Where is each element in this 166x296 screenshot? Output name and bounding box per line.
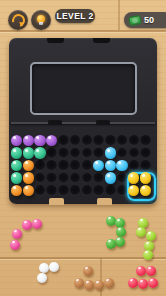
tray-piece-light-green-bead-1[interactable] xyxy=(136,227,146,237)
board-hole xyxy=(58,148,69,159)
tray-piece-pink-bead-1[interactable] xyxy=(32,219,42,229)
board-bead-O-r3c1[interactable] xyxy=(23,172,34,183)
board-hole xyxy=(93,185,104,196)
game-screen: LEVEL 2 50 xyxy=(0,0,166,296)
tray-piece-pink-bead-0[interactable] xyxy=(22,220,32,230)
tray-piece-brown-bead-2[interactable] xyxy=(84,280,94,290)
tray-piece-white-bead-1[interactable] xyxy=(49,262,59,272)
board-hole xyxy=(93,135,104,146)
board-hole xyxy=(46,185,57,196)
tray-piece-white-bead-0[interactable] xyxy=(39,263,49,273)
board-bead-G-r1c2[interactable] xyxy=(34,147,45,158)
board-hole xyxy=(82,135,93,146)
board-bead-C-r1c8[interactable] xyxy=(105,147,116,158)
board-bead-C-r3c8[interactable] xyxy=(105,172,116,183)
board-bead-P-r0c2[interactable] xyxy=(34,135,45,146)
board-hole xyxy=(117,135,128,146)
board-hole xyxy=(82,160,93,171)
board-hole xyxy=(105,185,116,196)
board-bead-G-r1c1[interactable] xyxy=(23,147,34,158)
tray-piece-pink-bead-3[interactable] xyxy=(10,240,20,250)
tray-piece-red-bead-0[interactable] xyxy=(136,266,146,276)
board-bead-Y-r3c11[interactable] xyxy=(140,172,151,183)
board-hole xyxy=(58,160,69,171)
tray-piece-red-bead-1[interactable] xyxy=(146,266,156,276)
board-bead-G-r3c0[interactable] xyxy=(11,172,22,183)
tray-piece-dark-green-bead-4[interactable] xyxy=(106,239,116,249)
tray-piece-light-green-bead-2[interactable] xyxy=(146,231,156,241)
tray-piece-red-bead-3[interactable] xyxy=(138,279,148,289)
board-hole xyxy=(58,135,69,146)
tray-piece-dark-green-bead-2[interactable] xyxy=(116,227,126,237)
tray-piece-brown-bead-4[interactable] xyxy=(104,278,114,288)
board-bead-P-r0c1[interactable] xyxy=(23,135,34,146)
tray-piece-brown-bead-1[interactable] xyxy=(74,278,84,288)
board-hole xyxy=(58,173,69,184)
board-hole xyxy=(46,160,57,171)
tray-piece-dark-green-bead-3[interactable] xyxy=(115,237,125,247)
board-hole xyxy=(140,135,151,146)
board-hole xyxy=(82,185,93,196)
tray-piece-white-bead-2[interactable] xyxy=(37,273,47,283)
board-bead-G-r1c0[interactable] xyxy=(11,147,22,158)
tray-piece-red-bead-2[interactable] xyxy=(128,278,138,288)
board-bead-C-r2c9[interactable] xyxy=(116,160,127,171)
board-hole xyxy=(129,135,140,146)
board-hole xyxy=(140,160,151,171)
board-hole xyxy=(105,135,116,146)
tray-piece-red-bead-4[interactable] xyxy=(148,278,158,288)
tray-piece-pink-bead-2[interactable] xyxy=(12,229,22,239)
tray-piece-light-green-bead-4[interactable] xyxy=(143,250,153,260)
tray-piece-brown-bead-3[interactable] xyxy=(94,280,104,290)
tray-piece-brown-bead-0[interactable] xyxy=(83,266,93,276)
board-hole xyxy=(140,148,151,159)
board-hole xyxy=(35,160,46,171)
board-hole xyxy=(58,185,69,196)
board-hole xyxy=(129,160,140,171)
